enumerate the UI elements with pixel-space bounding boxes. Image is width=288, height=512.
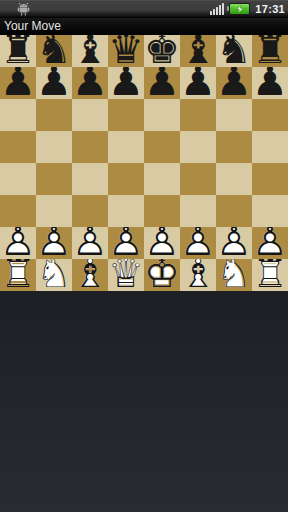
piece-outline-glyph: ♙ [72,227,108,257]
white-rook: ♜♖ [252,259,288,289]
square-c6[interactable] [72,99,108,131]
square-h5[interactable] [252,131,288,163]
piece-fill-glyph: ♟ [252,67,288,97]
square-e3[interactable] [144,195,180,227]
square-d5[interactable] [108,131,144,163]
white-pawn: ♟♙ [0,227,36,257]
square-f1[interactable]: ♝♗ [180,259,216,291]
white-knight: ♞♘ [216,259,252,289]
square-b6[interactable] [36,99,72,131]
page-title: Your Move [4,18,61,35]
square-b2[interactable]: ♟♙ [36,227,72,259]
square-a1[interactable]: ♜♖ [0,259,36,291]
piece-fill-glyph: ♜ [252,259,288,289]
black-pawn: ♟ [252,67,288,97]
piece-fill-glyph: ♜ [0,259,36,289]
square-b4[interactable] [36,163,72,195]
piece-outline-glyph: ♗ [180,259,216,289]
white-pawn: ♟♙ [36,227,72,257]
square-e2[interactable]: ♟♙ [144,227,180,259]
piece-fill-glyph: ♟ [144,227,180,257]
white-pawn: ♟♙ [72,227,108,257]
square-a5[interactable] [0,131,36,163]
piece-outline-glyph: ♘ [216,259,252,289]
square-c4[interactable] [72,163,108,195]
square-e8[interactable]: ♚ [144,35,180,67]
black-pawn: ♟ [180,67,216,97]
chess-board: ♜♞♝♛♚♝♞♜♟♟♟♟♟♟♟♟♟♙♟♙♟♙♟♙♟♙♟♙♟♙♟♙♜♖♞♘♝♗♛♕… [0,35,288,291]
white-pawn: ♟♙ [216,227,252,257]
square-d4[interactable] [108,163,144,195]
square-g4[interactable] [216,163,252,195]
square-e4[interactable] [144,163,180,195]
square-d2[interactable]: ♟♙ [108,227,144,259]
piece-fill-glyph: ♝ [180,259,216,289]
square-a4[interactable] [0,163,36,195]
piece-outline-glyph: ♙ [108,227,144,257]
piece-fill-glyph: ♞ [36,259,72,289]
square-e6[interactable] [144,99,180,131]
piece-fill-glyph: ♛ [108,35,144,65]
square-b7[interactable]: ♟ [36,67,72,99]
white-queen: ♛♕ [108,259,144,289]
piece-fill-glyph: ♝ [180,35,216,65]
square-b3[interactable] [36,195,72,227]
square-f2[interactable]: ♟♙ [180,227,216,259]
white-pawn: ♟♙ [108,227,144,257]
square-g7[interactable]: ♟ [216,67,252,99]
square-e7[interactable]: ♟ [144,67,180,99]
square-a3[interactable] [0,195,36,227]
black-pawn: ♟ [216,67,252,97]
piece-outline-glyph: ♙ [144,227,180,257]
square-d8[interactable]: ♛ [108,35,144,67]
piece-fill-glyph: ♛ [108,259,144,289]
square-a7[interactable]: ♟ [0,67,36,99]
white-pawn: ♟♙ [144,227,180,257]
square-d1[interactable]: ♛♕ [108,259,144,291]
black-pawn: ♟ [0,67,36,97]
piece-outline-glyph: ♔ [144,259,180,289]
piece-outline-glyph: ♙ [252,227,288,257]
square-b8[interactable]: ♞ [36,35,72,67]
black-rook: ♜ [252,35,288,65]
piece-outline-glyph: ♙ [216,227,252,257]
white-bishop: ♝♗ [72,259,108,289]
piece-fill-glyph: ♟ [144,67,180,97]
piece-fill-glyph: ♚ [144,259,180,289]
lightning-bolt-icon [236,5,244,13]
square-g2[interactable]: ♟♙ [216,227,252,259]
black-king: ♚ [144,35,180,65]
piece-outline-glyph: ♗ [72,259,108,289]
piece-fill-glyph: ♜ [252,35,288,65]
piece-outline-glyph: ♖ [0,259,36,289]
battery-charging-icon [229,3,250,15]
square-f6[interactable] [180,99,216,131]
white-pawn: ♟♙ [252,227,288,257]
piece-outline-glyph: ♙ [180,227,216,257]
black-pawn: ♟ [72,67,108,97]
square-b1[interactable]: ♞♘ [36,259,72,291]
piece-fill-glyph: ♜ [0,35,36,65]
piece-fill-glyph: ♟ [108,227,144,257]
square-a6[interactable] [0,99,36,131]
piece-fill-glyph: ♟ [36,227,72,257]
black-bishop: ♝ [72,35,108,65]
square-g6[interactable] [216,99,252,131]
piece-outline-glyph: ♙ [0,227,36,257]
status-time: 17:31 [255,3,285,15]
app-root: 17:31 Your Move ♜♞♝♛♚♝♞♜♟♟♟♟♟♟♟♟♟♙♟♙♟♙♟♙… [0,0,288,512]
square-g1[interactable]: ♞♘ [216,259,252,291]
square-f7[interactable]: ♟ [180,67,216,99]
square-a2[interactable]: ♟♙ [0,227,36,259]
square-f4[interactable] [180,163,216,195]
piece-fill-glyph: ♞ [216,35,252,65]
piece-outline-glyph: ♕ [108,259,144,289]
square-h3[interactable] [252,195,288,227]
piece-fill-glyph: ♟ [252,227,288,257]
black-queen: ♛ [108,35,144,65]
square-c2[interactable]: ♟♙ [72,227,108,259]
piece-fill-glyph: ♞ [216,259,252,289]
square-c5[interactable] [72,131,108,163]
android-debug-icon [17,2,30,16]
piece-fill-glyph: ♟ [72,67,108,97]
square-f8[interactable]: ♝ [180,35,216,67]
status-bar: 17:31 [0,0,288,18]
square-h2[interactable]: ♟♙ [252,227,288,259]
white-knight: ♞♘ [36,259,72,289]
piece-fill-glyph: ♟ [0,227,36,257]
piece-fill-glyph: ♟ [180,227,216,257]
piece-fill-glyph: ♝ [72,259,108,289]
square-f3[interactable] [180,195,216,227]
white-rook: ♜♖ [0,259,36,289]
black-pawn: ♟ [108,67,144,97]
white-king: ♚♔ [144,259,180,289]
square-a8[interactable]: ♜ [0,35,36,67]
square-d6[interactable] [108,99,144,131]
square-d3[interactable] [108,195,144,227]
piece-outline-glyph: ♘ [36,259,72,289]
title-bar: Your Move [0,18,288,35]
piece-fill-glyph: ♟ [216,67,252,97]
square-g5[interactable] [216,131,252,163]
piece-fill-glyph: ♚ [144,35,180,65]
piece-outline-glyph: ♙ [36,227,72,257]
piece-fill-glyph: ♟ [0,67,36,97]
square-h6[interactable] [252,99,288,131]
black-rook: ♜ [0,35,36,65]
square-c7[interactable]: ♟ [72,67,108,99]
square-h8[interactable]: ♜ [252,35,288,67]
square-h4[interactable] [252,163,288,195]
square-g3[interactable] [216,195,252,227]
white-pawn: ♟♙ [180,227,216,257]
square-h1[interactable]: ♜♖ [252,259,288,291]
square-b5[interactable] [36,131,72,163]
square-e1[interactable]: ♚♔ [144,259,180,291]
square-f5[interactable] [180,131,216,163]
square-g8[interactable]: ♞ [216,35,252,67]
square-d7[interactable]: ♟ [108,67,144,99]
black-pawn: ♟ [36,67,72,97]
square-c8[interactable]: ♝ [72,35,108,67]
square-h7[interactable]: ♟ [252,67,288,99]
black-knight: ♞ [36,35,72,65]
piece-fill-glyph: ♟ [72,227,108,257]
piece-fill-glyph: ♟ [180,67,216,97]
piece-fill-glyph: ♞ [36,35,72,65]
piece-fill-glyph: ♟ [108,67,144,97]
signal-strength-icon [210,3,225,15]
empty-area [0,291,288,512]
square-c3[interactable] [72,195,108,227]
square-c1[interactable]: ♝♗ [72,259,108,291]
white-bishop: ♝♗ [180,259,216,289]
piece-fill-glyph: ♟ [216,227,252,257]
black-pawn: ♟ [144,67,180,97]
square-e5[interactable] [144,131,180,163]
black-bishop: ♝ [180,35,216,65]
piece-outline-glyph: ♖ [252,259,288,289]
piece-fill-glyph: ♟ [36,67,72,97]
piece-fill-glyph: ♝ [72,35,108,65]
black-knight: ♞ [216,35,252,65]
